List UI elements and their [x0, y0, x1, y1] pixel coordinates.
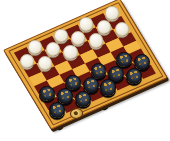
white-piece-b8[interactable]: [28, 40, 42, 54]
white-piece-h8[interactable]: [105, 6, 119, 20]
white-piece-f6[interactable]: [89, 33, 103, 47]
white-piece-d8[interactable]: [54, 29, 68, 43]
black-piece-g3[interactable]: [116, 52, 132, 68]
black-piece-e1[interactable]: [100, 79, 116, 95]
emblem-crown-icon: [73, 111, 78, 116]
white-piece-d6[interactable]: [63, 45, 77, 59]
white-piece-a7[interactable]: [20, 54, 34, 68]
black-piece-c1[interactable]: [75, 91, 91, 107]
white-piece-g7[interactable]: [97, 20, 111, 34]
checkers-scene: [0, 0, 170, 141]
white-piece-f8[interactable]: [79, 17, 93, 31]
